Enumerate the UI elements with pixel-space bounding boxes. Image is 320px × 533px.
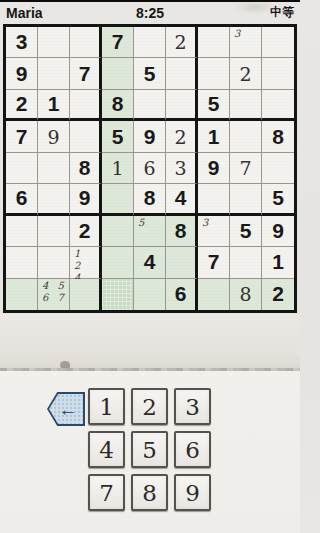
cell-r9c9[interactable]: 2 (262, 279, 294, 310)
cell-r2c6[interactable] (166, 58, 198, 89)
given-digit: 9 (16, 62, 28, 86)
cell-r3c1[interactable]: 2 (6, 90, 38, 121)
cell-r6c2[interactable] (38, 184, 70, 215)
given-digit: 7 (16, 125, 28, 149)
given-digit: 7 (112, 30, 124, 54)
pencil-marks: 3 (202, 217, 224, 229)
cell-r2c3[interactable]: 7 (70, 58, 102, 89)
difficulty-label: 中等 (270, 4, 294, 21)
cell-r9c8[interactable]: 8 (230, 279, 262, 310)
cell-r4c5[interactable]: 9 (134, 121, 166, 152)
pencil-mark: 6 (42, 292, 48, 304)
given-digit: 6 (175, 282, 187, 306)
cell-r2c4[interactable] (102, 58, 134, 89)
cell-r2c1[interactable]: 9 (6, 58, 38, 89)
given-digit: 5 (112, 125, 124, 149)
cell-r8c4[interactable] (102, 247, 134, 278)
user-digit: 2 (174, 31, 186, 53)
cell-r1c5[interactable] (134, 27, 166, 58)
back-arrow-icon: ← (59, 400, 78, 419)
cell-r7c7[interactable]: 3 (198, 216, 230, 247)
undo-back-button-face: ← (49, 394, 83, 424)
cell-r7c1[interactable] (6, 216, 38, 247)
given-digit: 9 (144, 125, 156, 149)
cell-r7c9[interactable]: 9 (262, 216, 294, 247)
pencil-marks: 3 (234, 28, 256, 40)
cell-r6c3[interactable]: 9 (70, 184, 102, 215)
given-digit: 9 (272, 219, 284, 243)
given-digit: 9 (79, 186, 91, 210)
user-digit: 1 (111, 157, 123, 179)
cell-r1c1[interactable]: 3 (6, 27, 38, 58)
cell-r8c6[interactable] (166, 247, 198, 278)
cell-r8c2[interactable] (38, 247, 70, 278)
cell-r2c2[interactable] (38, 58, 70, 89)
user-digit: 7 (239, 157, 251, 179)
cell-r4c9[interactable]: 8 (262, 121, 294, 152)
status-clock: 8:25 (0, 5, 300, 21)
cell-r4c2[interactable]: 9 (38, 121, 70, 152)
given-digit: 6 (16, 186, 28, 210)
pencil-mark: 3 (234, 28, 240, 40)
numpad-key-2[interactable]: 2 (131, 388, 168, 425)
given-digit: 2 (79, 219, 91, 243)
pencil-mark: 5 (138, 217, 144, 229)
cell-r5c7[interactable]: 9 (198, 153, 230, 184)
cell-r1c4[interactable]: 7 (102, 27, 134, 58)
cell-r1c3[interactable] (70, 27, 102, 58)
given-digit: 8 (144, 186, 156, 210)
cell-r7c5[interactable]: 5 (134, 216, 166, 247)
cell-r1c8[interactable]: 3 (230, 27, 262, 58)
pencil-mark: 1 (74, 248, 80, 260)
cell-r6c5[interactable]: 8 (134, 184, 166, 215)
user-digit: 6 (143, 157, 155, 179)
cell-r3c5[interactable] (134, 90, 166, 121)
cell-r1c2[interactable] (38, 27, 70, 58)
given-digit: 5 (208, 92, 220, 116)
cell-r9c1[interactable] (6, 279, 38, 310)
cell-r6c1[interactable]: 6 (6, 184, 38, 215)
cell-r5c4[interactable]: 1 (102, 153, 134, 184)
cell-r6c6[interactable]: 4 (166, 184, 198, 215)
cell-r2c5[interactable]: 5 (134, 58, 166, 89)
pencil-mark: 2 (74, 260, 80, 272)
paper-sheet (0, 314, 300, 368)
cell-r2c7[interactable] (198, 58, 230, 89)
cell-r3c6[interactable] (166, 90, 198, 121)
cell-r9c7[interactable] (198, 279, 230, 310)
cell-r9c3[interactable] (70, 279, 102, 310)
given-digit: 1 (208, 125, 220, 149)
cell-r3c9[interactable] (262, 90, 294, 121)
given-digit: 7 (208, 250, 220, 274)
pencil-mark: 3 (202, 217, 208, 229)
given-digit: 1 (272, 250, 284, 274)
cell-r5c9[interactable] (262, 153, 294, 184)
cell-r7c4[interactable] (102, 216, 134, 247)
cell-r3c8[interactable] (230, 90, 262, 121)
given-digit: 3 (16, 30, 28, 54)
pencil-marks: 5 (138, 217, 160, 229)
cell-r7c2[interactable] (38, 216, 70, 247)
cell-r1c9[interactable] (262, 27, 294, 58)
pencil-mark: 4 (42, 280, 48, 292)
cell-r3c4[interactable]: 8 (102, 90, 134, 121)
cell-r8c3[interactable]: 124 (70, 247, 102, 278)
given-digit: 5 (272, 186, 284, 210)
given-digit: 1 (48, 92, 60, 116)
sudoku-board: 3723975221857959218816397698452583591244… (3, 24, 297, 313)
cell-r8c9[interactable]: 1 (262, 247, 294, 278)
cell-r8c1[interactable] (6, 247, 38, 278)
given-digit: 5 (144, 62, 156, 86)
cell-r3c7[interactable]: 5 (198, 90, 230, 121)
numpad-key-8[interactable]: 8 (131, 474, 168, 511)
cell-r2c9[interactable] (262, 58, 294, 89)
cell-r9c6[interactable]: 6 (166, 279, 198, 310)
cell-r4c6[interactable]: 2 (166, 121, 198, 152)
given-digit: 8 (272, 125, 284, 149)
cell-r6c8[interactable] (230, 184, 262, 215)
cell-r7c3[interactable]: 2 (70, 216, 102, 247)
cell-r8c7[interactable]: 7 (198, 247, 230, 278)
given-digit: 5 (240, 219, 252, 243)
cell-r5c8[interactable]: 7 (230, 153, 262, 184)
user-digit: 2 (174, 126, 186, 148)
given-digit: 4 (144, 250, 156, 274)
given-digit: 8 (79, 156, 91, 180)
cell-r4c7[interactable]: 1 (198, 121, 230, 152)
numpad-key-7[interactable]: 7 (88, 474, 125, 511)
cell-r5c1[interactable] (6, 153, 38, 184)
cell-r6c7[interactable] (198, 184, 230, 215)
cell-r1c7[interactable] (198, 27, 230, 58)
cell-r4c4[interactable]: 5 (102, 121, 134, 152)
numpad-key-3[interactable]: 3 (174, 388, 211, 425)
cell-r7c6[interactable]: 8 (166, 216, 198, 247)
numpad-key-4[interactable]: 4 (88, 431, 125, 468)
number-pad: 123456789 (88, 388, 211, 511)
user-digit: 9 (47, 126, 59, 148)
cell-r8c8[interactable] (230, 247, 262, 278)
cell-r8c5[interactable]: 4 (134, 247, 166, 278)
given-digit: 2 (16, 92, 28, 116)
cell-r9c4[interactable] (102, 279, 134, 310)
cell-r5c3[interactable]: 8 (70, 153, 102, 184)
cell-r5c2[interactable] (38, 153, 70, 184)
cell-r9c5[interactable] (134, 279, 166, 310)
pencil-marks: 4567 (42, 280, 64, 304)
numpad-key-9[interactable]: 9 (174, 474, 211, 511)
user-digit: 3 (174, 157, 186, 179)
header-bar: 8:25 Maria 中等 (0, 2, 300, 23)
cell-r4c1[interactable]: 7 (6, 121, 38, 152)
numpad-key-1[interactable]: 1 (88, 388, 125, 425)
given-digit: 8 (112, 92, 124, 116)
given-digit: 8 (175, 219, 187, 243)
cell-r5c5[interactable]: 6 (134, 153, 166, 184)
cell-r4c3[interactable] (70, 121, 102, 152)
cell-r5c6[interactable]: 3 (166, 153, 198, 184)
cell-r6c9[interactable]: 5 (262, 184, 294, 215)
cell-r9c2[interactable]: 4567 (38, 279, 70, 310)
numpad-key-6[interactable]: 6 (174, 431, 211, 468)
numpad-key-5[interactable]: 5 (131, 431, 168, 468)
cell-r1c6[interactable]: 2 (166, 27, 198, 58)
cell-r3c3[interactable] (70, 90, 102, 121)
pencil-mark: 7 (57, 292, 63, 304)
given-digit: 9 (208, 156, 220, 180)
given-digit: 2 (272, 282, 284, 306)
cell-r3c2[interactable]: 1 (38, 90, 70, 121)
user-digit: 2 (239, 63, 251, 85)
cell-r4c8[interactable] (230, 121, 262, 152)
cell-r7c8[interactable]: 5 (230, 216, 262, 247)
given-digit: 7 (79, 62, 91, 86)
cell-r6c4[interactable] (102, 184, 134, 215)
pencil-mark: 5 (57, 280, 63, 292)
user-digit: 8 (239, 283, 251, 305)
given-digit: 4 (175, 186, 187, 210)
cell-r2c8[interactable]: 2 (230, 58, 262, 89)
